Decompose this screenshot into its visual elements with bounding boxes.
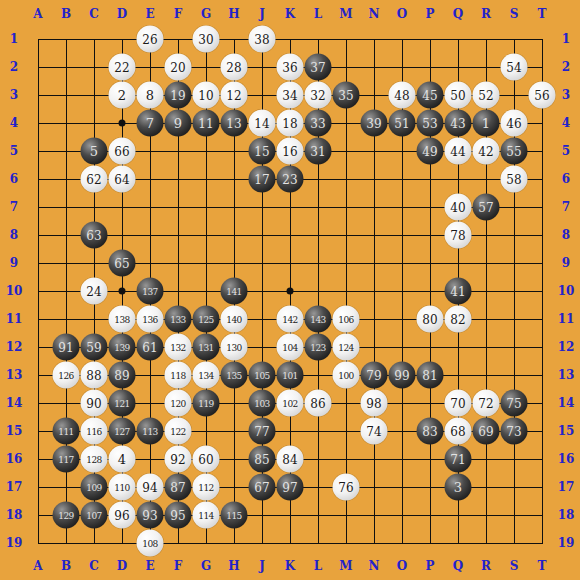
row-label-right-10: 10 [558, 284, 575, 298]
stone-white-28-H2: 28 [221, 54, 248, 81]
stone-black-101-K13: 101 [277, 362, 304, 389]
stone-black-123-L12: 123 [305, 334, 332, 361]
stone-black-75-S14: 75 [501, 390, 528, 417]
stone-black-57-R7: 57 [473, 194, 500, 221]
col-label-top-F: F [174, 7, 183, 21]
row-label-left-6: 6 [10, 172, 18, 186]
stone-white-26-E1: 26 [137, 26, 164, 53]
stone-black-33-L4: 33 [305, 110, 332, 137]
stone-black-127-D15: 127 [109, 418, 136, 445]
col-label-bottom-C: C [89, 559, 99, 573]
stone-black-87-F17: 87 [165, 474, 192, 501]
stone-black-55-S5: 55 [501, 138, 528, 165]
stone-white-110-D17: 110 [109, 474, 136, 501]
stone-white-130-H12: 130 [221, 334, 248, 361]
stone-black-45-P3: 45 [417, 82, 444, 109]
stone-white-36-K2: 36 [277, 54, 304, 81]
col-label-top-A: A [33, 7, 42, 21]
stone-black-61-E12: 61 [137, 334, 164, 361]
stone-white-22-D2: 22 [109, 54, 136, 81]
stone-black-99-O13: 99 [389, 362, 416, 389]
stone-black-103-J14: 103 [249, 390, 276, 417]
stone-black-11-G4: 11 [193, 110, 220, 137]
stone-white-134-G13: 134 [193, 362, 220, 389]
stone-white-118-F13: 118 [165, 362, 192, 389]
stone-black-105-J13: 105 [249, 362, 276, 389]
stone-black-119-G14: 119 [193, 390, 220, 417]
stone-white-76-M17: 76 [333, 474, 360, 501]
stone-white-48-O3: 48 [389, 82, 416, 109]
go-board[interactable]: 1234578910111213141516171819202223242628… [24, 25, 556, 557]
stone-white-114-G18: 114 [193, 502, 220, 529]
stone-black-23-K6: 23 [277, 166, 304, 193]
stone-black-143-L11: 143 [305, 306, 332, 333]
row-label-right-8: 8 [562, 228, 570, 242]
row-label-left-4: 4 [10, 116, 18, 130]
stone-black-49-P5: 49 [417, 138, 444, 165]
stone-black-117-B16: 117 [53, 446, 80, 473]
stone-black-7-E4: 7 [137, 110, 164, 137]
stone-black-17-J6: 17 [249, 166, 276, 193]
stone-white-10-G3: 10 [193, 82, 220, 109]
row-label-left-17: 17 [6, 480, 23, 494]
stone-black-97-K17: 97 [277, 474, 304, 501]
stone-black-39-N4: 39 [361, 110, 388, 137]
col-label-top-E: E [145, 7, 154, 21]
stone-white-20-F2: 20 [165, 54, 192, 81]
col-label-bottom-S: S [510, 559, 519, 573]
stone-white-98-N14: 98 [361, 390, 388, 417]
col-label-bottom-O: O [397, 559, 407, 573]
col-label-bottom-H: H [228, 559, 239, 573]
stone-black-137-E10: 137 [137, 278, 164, 305]
col-label-bottom-R: R [481, 559, 491, 573]
row-label-left-15: 15 [6, 424, 23, 438]
row-label-left-13: 13 [6, 368, 23, 382]
col-label-bottom-N: N [369, 559, 380, 573]
stone-white-86-L14: 86 [305, 390, 332, 417]
stone-white-124-M12: 124 [333, 334, 360, 361]
row-label-left-18: 18 [6, 508, 23, 522]
stone-white-4-D16: 4 [109, 446, 136, 473]
row-label-right-19: 19 [558, 536, 575, 550]
stone-white-116-C15: 116 [81, 418, 108, 445]
stone-black-135-H13: 135 [221, 362, 248, 389]
stone-white-94-E17: 94 [137, 474, 164, 501]
stone-white-88-C13: 88 [81, 362, 108, 389]
col-label-bottom-D: D [117, 559, 127, 573]
col-label-top-H: H [228, 7, 239, 21]
stone-white-32-L3: 32 [305, 82, 332, 109]
stone-black-69-R15: 69 [473, 418, 500, 445]
stone-white-140-H11: 140 [221, 306, 248, 333]
row-label-right-9: 9 [562, 256, 570, 270]
stone-white-126-B13: 126 [53, 362, 80, 389]
col-label-top-N: N [369, 7, 380, 21]
star-point-K10 [287, 288, 294, 295]
stone-white-52-R3: 52 [473, 82, 500, 109]
col-label-bottom-Q: Q [453, 559, 463, 573]
stone-white-40-Q7: 40 [445, 194, 472, 221]
col-label-bottom-A: A [33, 559, 42, 573]
col-label-bottom-L: L [314, 559, 322, 573]
stone-black-9-F4: 9 [165, 110, 192, 137]
col-label-bottom-F: F [174, 559, 183, 573]
col-label-top-D: D [117, 7, 127, 21]
col-label-top-Q: Q [453, 7, 463, 21]
stone-white-66-D5: 66 [109, 138, 136, 165]
stone-white-102-K14: 102 [277, 390, 304, 417]
stone-white-136-E11: 136 [137, 306, 164, 333]
row-label-right-4: 4 [562, 116, 570, 130]
stone-white-30-G1: 30 [193, 26, 220, 53]
row-label-left-8: 8 [10, 228, 18, 242]
col-label-bottom-K: K [285, 559, 295, 573]
stone-black-109-C17: 109 [81, 474, 108, 501]
stone-white-138-D11: 138 [109, 306, 136, 333]
row-label-right-3: 3 [562, 88, 570, 102]
col-label-top-G: G [201, 7, 211, 21]
row-label-right-1: 1 [562, 32, 570, 46]
stone-black-95-F18: 95 [165, 502, 192, 529]
stone-white-122-F15: 122 [165, 418, 192, 445]
row-label-right-17: 17 [558, 480, 575, 494]
row-label-left-1: 1 [10, 32, 18, 46]
row-label-left-12: 12 [6, 340, 23, 354]
stone-white-42-R5: 42 [473, 138, 500, 165]
col-label-top-M: M [339, 7, 352, 21]
stone-white-12-H3: 12 [221, 82, 248, 109]
stone-white-60-G16: 60 [193, 446, 220, 473]
stone-black-67-J17: 67 [249, 474, 276, 501]
stone-white-78-Q8: 78 [445, 222, 472, 249]
stone-white-74-N15: 74 [361, 418, 388, 445]
col-label-top-P: P [425, 7, 434, 21]
stone-white-58-S6: 58 [501, 166, 528, 193]
stone-black-113-E15: 113 [137, 418, 164, 445]
stone-black-15-J5: 15 [249, 138, 276, 165]
stone-black-111-B15: 111 [53, 418, 80, 445]
row-label-right-14: 14 [558, 396, 575, 410]
stone-white-80-P11: 80 [417, 306, 444, 333]
stone-black-37-L2: 37 [305, 54, 332, 81]
row-label-right-18: 18 [558, 508, 575, 522]
stone-white-18-K4: 18 [277, 110, 304, 137]
stone-white-120-F14: 120 [165, 390, 192, 417]
row-label-left-2: 2 [10, 60, 18, 74]
stone-black-51-O4: 51 [389, 110, 416, 137]
stone-black-91-B12: 91 [53, 334, 80, 361]
col-label-bottom-T: T [538, 559, 547, 573]
stone-black-71-Q16: 71 [445, 446, 472, 473]
stone-black-93-E18: 93 [137, 502, 164, 529]
stone-white-128-C16: 128 [81, 446, 108, 473]
star-point-D10 [119, 288, 126, 295]
stone-black-129-B18: 129 [53, 502, 80, 529]
row-label-left-14: 14 [6, 396, 23, 410]
stone-white-82-Q11: 82 [445, 306, 472, 333]
col-label-bottom-M: M [339, 559, 352, 573]
stone-black-41-Q10: 41 [445, 278, 472, 305]
row-label-left-7: 7 [10, 200, 18, 214]
row-label-right-16: 16 [558, 452, 575, 466]
stone-black-77-J15: 77 [249, 418, 276, 445]
stone-black-83-P15: 83 [417, 418, 444, 445]
col-label-top-C: C [89, 7, 99, 21]
stone-white-104-K12: 104 [277, 334, 304, 361]
stone-white-24-C10: 24 [81, 278, 108, 305]
stone-white-132-F12: 132 [165, 334, 192, 361]
stone-white-38-J1: 38 [249, 26, 276, 53]
go-diagram-page: { "game": "go", "board": { "size": 19, "… [0, 0, 580, 580]
stone-white-62-C6: 62 [81, 166, 108, 193]
stone-black-79-N13: 79 [361, 362, 388, 389]
stone-black-131-G12: 131 [193, 334, 220, 361]
row-label-left-16: 16 [6, 452, 23, 466]
col-label-top-J: J [259, 7, 265, 21]
stone-black-81-P13: 81 [417, 362, 444, 389]
stone-black-19-F3: 19 [165, 82, 192, 109]
row-label-left-11: 11 [6, 312, 23, 326]
row-label-left-3: 3 [10, 88, 18, 102]
stone-black-133-F11: 133 [165, 306, 192, 333]
col-label-bottom-E: E [145, 559, 154, 573]
col-label-top-R: R [481, 7, 491, 21]
stone-white-56-T3: 56 [529, 82, 556, 109]
stone-white-34-K3: 34 [277, 82, 304, 109]
col-label-top-L: L [314, 7, 322, 21]
col-label-top-K: K [285, 7, 295, 21]
stone-black-59-C12: 59 [81, 334, 108, 361]
stone-black-1-R4: 1 [473, 110, 500, 137]
row-label-left-5: 5 [10, 144, 18, 158]
stone-white-64-D6: 64 [109, 166, 136, 193]
row-label-right-11: 11 [558, 312, 575, 326]
stone-white-46-S4: 46 [501, 110, 528, 137]
stone-white-68-Q15: 68 [445, 418, 472, 445]
col-label-bottom-J: J [259, 559, 265, 573]
stone-black-115-H18: 115 [221, 502, 248, 529]
stone-white-50-Q3: 50 [445, 82, 472, 109]
stone-black-43-Q4: 43 [445, 110, 472, 137]
stone-black-121-D14: 121 [109, 390, 136, 417]
row-label-right-2: 2 [562, 60, 570, 74]
stone-white-112-G17: 112 [193, 474, 220, 501]
row-label-left-10: 10 [6, 284, 23, 298]
stone-white-8-E3: 8 [137, 82, 164, 109]
stone-black-73-S15: 73 [501, 418, 528, 445]
col-label-top-S: S [510, 7, 519, 21]
stone-black-85-J16: 85 [249, 446, 276, 473]
col-label-top-B: B [61, 7, 71, 21]
stone-white-142-K11: 142 [277, 306, 304, 333]
stone-white-16-K5: 16 [277, 138, 304, 165]
row-label-right-7: 7 [562, 200, 570, 214]
stone-white-92-F16: 92 [165, 446, 192, 473]
stone-white-2-D3: 2 [109, 82, 136, 109]
col-label-top-T: T [538, 7, 547, 21]
star-point-D4 [119, 120, 126, 127]
stone-white-100-M13: 100 [333, 362, 360, 389]
col-label-bottom-G: G [201, 559, 211, 573]
stone-black-125-G11: 125 [193, 306, 220, 333]
row-label-right-5: 5 [562, 144, 570, 158]
stone-black-139-D12: 139 [109, 334, 136, 361]
col-label-bottom-B: B [61, 559, 71, 573]
stone-white-84-K16: 84 [277, 446, 304, 473]
stone-black-35-M3: 35 [333, 82, 360, 109]
stone-white-90-C14: 90 [81, 390, 108, 417]
row-label-left-9: 9 [10, 256, 18, 270]
stone-white-108-E19: 108 [137, 530, 164, 557]
stone-white-96-D18: 96 [109, 502, 136, 529]
col-label-top-O: O [397, 7, 407, 21]
stone-white-106-M11: 106 [333, 306, 360, 333]
stone-black-53-P4: 53 [417, 110, 444, 137]
row-label-right-6: 6 [562, 172, 570, 186]
stone-black-65-D9: 65 [109, 250, 136, 277]
stone-white-44-Q5: 44 [445, 138, 472, 165]
row-label-right-12: 12 [558, 340, 575, 354]
row-label-right-15: 15 [558, 424, 575, 438]
stone-white-70-Q14: 70 [445, 390, 472, 417]
stone-black-31-L5: 31 [305, 138, 332, 165]
stone-black-89-D13: 89 [109, 362, 136, 389]
row-label-left-19: 19 [6, 536, 23, 550]
stone-white-54-S2: 54 [501, 54, 528, 81]
stone-black-63-C8: 63 [81, 222, 108, 249]
stone-black-3-Q17: 3 [445, 474, 472, 501]
stone-white-72-R14: 72 [473, 390, 500, 417]
col-label-bottom-P: P [425, 559, 434, 573]
stone-white-14-J4: 14 [249, 110, 276, 137]
stone-black-5-C5: 5 [81, 138, 108, 165]
stone-black-13-H4: 13 [221, 110, 248, 137]
stone-black-141-H10: 141 [221, 278, 248, 305]
row-label-right-13: 13 [558, 368, 575, 382]
stone-black-107-C18: 107 [81, 502, 108, 529]
